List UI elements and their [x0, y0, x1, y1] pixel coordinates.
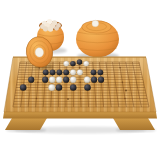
stone-black — [91, 69, 97, 75]
star-point — [80, 98, 82, 100]
stone-white — [49, 77, 55, 83]
stone-black — [20, 84, 27, 91]
stone-white — [70, 69, 76, 75]
lid-label-sticker — [92, 20, 99, 27]
stone-white — [56, 77, 62, 83]
board-front-edge — [3, 112, 157, 119]
star-point — [122, 81, 124, 83]
white-stones-heap — [40, 19, 61, 32]
star-point — [37, 81, 39, 83]
stone-black — [56, 69, 62, 75]
stone-black — [42, 77, 48, 83]
wood-knot — [125, 90, 127, 92]
goban — [3, 57, 157, 131]
stone-white — [83, 61, 88, 66]
stone-black — [77, 59, 82, 64]
star-point — [79, 67, 81, 69]
board-left-leg — [5, 118, 47, 130]
stone-black — [63, 77, 69, 83]
stone-white — [64, 61, 69, 66]
stone-white — [77, 69, 83, 75]
board-right-leg — [113, 118, 155, 130]
star-point — [79, 81, 81, 83]
stone-black — [91, 77, 97, 83]
stone-black — [63, 69, 69, 75]
stone-white — [48, 84, 55, 91]
stone-black — [98, 77, 104, 83]
stone-white — [84, 77, 90, 83]
star-point — [119, 67, 121, 69]
stone-black — [84, 84, 91, 91]
go-set-product-photo — [0, 0, 160, 160]
stone-white — [70, 77, 76, 83]
stone-black — [28, 77, 34, 83]
stone-black — [97, 69, 103, 75]
star-point — [36, 98, 38, 100]
stone-black — [70, 84, 77, 91]
closed-bowl — [76, 20, 119, 57]
star-point — [124, 98, 126, 100]
stone-black — [70, 61, 75, 66]
stone-black — [43, 69, 49, 75]
stone-black — [50, 69, 56, 75]
stone-black — [56, 84, 63, 91]
go-scene — [0, 0, 160, 160]
